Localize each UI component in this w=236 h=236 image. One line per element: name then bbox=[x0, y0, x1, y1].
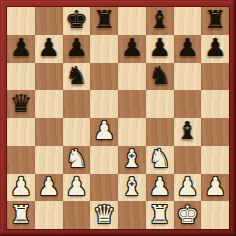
square-e4[interactable] bbox=[118, 118, 146, 146]
square-e7[interactable]: ♟ bbox=[118, 35, 146, 63]
white-pawn-h2: ♟ bbox=[204, 174, 226, 199]
square-c3[interactable]: ♞ bbox=[63, 146, 91, 174]
white-pawn-c2: ♟ bbox=[65, 174, 87, 199]
white-pawn-b2: ♟ bbox=[37, 174, 59, 199]
black-knight-c6: ♞ bbox=[65, 63, 87, 88]
square-e8[interactable] bbox=[118, 7, 146, 35]
chess-board: ♚♜♝♜♟♟♟♟♟♟♟♞♞♛♟♝♞♝♞♟♟♟♝♟♟♟♜♛♜♚ bbox=[7, 7, 229, 229]
square-h7[interactable]: ♟ bbox=[201, 35, 229, 63]
white-knight-f3: ♞ bbox=[148, 146, 170, 171]
black-knight-f6: ♞ bbox=[148, 63, 170, 88]
square-b7[interactable]: ♟ bbox=[35, 35, 63, 63]
square-d7[interactable] bbox=[90, 35, 118, 63]
black-pawn-e7: ♟ bbox=[121, 35, 143, 60]
square-d8[interactable]: ♜ bbox=[90, 7, 118, 35]
black-pawn-h7: ♟ bbox=[204, 35, 226, 60]
square-e6[interactable] bbox=[118, 63, 146, 91]
square-h8[interactable]: ♜ bbox=[201, 7, 229, 35]
black-queen-a5: ♛ bbox=[10, 91, 32, 116]
white-knight-c3: ♞ bbox=[65, 146, 87, 171]
black-bishop-f8: ♝ bbox=[148, 7, 170, 32]
square-e2[interactable]: ♝ bbox=[118, 174, 146, 202]
square-c6[interactable]: ♞ bbox=[63, 63, 91, 91]
square-f4[interactable] bbox=[146, 118, 174, 146]
square-a6[interactable] bbox=[7, 63, 35, 91]
square-h3[interactable] bbox=[201, 146, 229, 174]
square-d1[interactable]: ♛ bbox=[90, 201, 118, 229]
square-a1[interactable]: ♜ bbox=[7, 201, 35, 229]
square-h4[interactable] bbox=[201, 118, 229, 146]
square-e1[interactable] bbox=[118, 201, 146, 229]
square-f2[interactable]: ♟ bbox=[146, 174, 174, 202]
square-c5[interactable] bbox=[63, 90, 91, 118]
square-f1[interactable]: ♜ bbox=[146, 201, 174, 229]
black-rook-h8: ♜ bbox=[204, 7, 226, 32]
square-g8[interactable] bbox=[174, 7, 202, 35]
square-g6[interactable] bbox=[174, 63, 202, 91]
white-pawn-g2: ♟ bbox=[176, 174, 198, 199]
square-a3[interactable] bbox=[7, 146, 35, 174]
square-g2[interactable]: ♟ bbox=[174, 174, 202, 202]
square-b3[interactable] bbox=[35, 146, 63, 174]
square-c1[interactable] bbox=[63, 201, 91, 229]
square-f8[interactable]: ♝ bbox=[146, 7, 174, 35]
black-pawn-c7: ♟ bbox=[65, 35, 87, 60]
square-a2[interactable]: ♟ bbox=[7, 174, 35, 202]
square-d6[interactable] bbox=[90, 63, 118, 91]
square-g5[interactable] bbox=[174, 90, 202, 118]
board-frame: ♚♜♝♜♟♟♟♟♟♟♟♞♞♛♟♝♞♝♞♟♟♟♝♟♟♟♜♛♜♚ bbox=[0, 0, 236, 236]
square-d5[interactable] bbox=[90, 90, 118, 118]
white-pawn-d4: ♟ bbox=[93, 118, 115, 143]
black-pawn-b7: ♟ bbox=[37, 35, 59, 60]
black-king-c8: ♚ bbox=[65, 7, 87, 32]
square-f5[interactable] bbox=[146, 90, 174, 118]
square-c7[interactable]: ♟ bbox=[63, 35, 91, 63]
black-pawn-g7: ♟ bbox=[176, 35, 198, 60]
square-a8[interactable] bbox=[7, 7, 35, 35]
white-pawn-f2: ♟ bbox=[148, 174, 170, 199]
black-pawn-a7: ♟ bbox=[10, 35, 32, 60]
square-a4[interactable] bbox=[7, 118, 35, 146]
square-g3[interactable] bbox=[174, 146, 202, 174]
square-h5[interactable] bbox=[201, 90, 229, 118]
square-g4[interactable]: ♝ bbox=[174, 118, 202, 146]
white-rook-f1: ♜ bbox=[148, 202, 170, 227]
square-b4[interactable] bbox=[35, 118, 63, 146]
square-f6[interactable]: ♞ bbox=[146, 63, 174, 91]
black-pawn-f7: ♟ bbox=[148, 35, 170, 60]
square-c4[interactable] bbox=[63, 118, 91, 146]
square-f7[interactable]: ♟ bbox=[146, 35, 174, 63]
square-b6[interactable] bbox=[35, 63, 63, 91]
square-h6[interactable] bbox=[201, 63, 229, 91]
white-pawn-a2: ♟ bbox=[10, 174, 32, 199]
white-bishop-e3: ♝ bbox=[121, 146, 143, 171]
square-b1[interactable] bbox=[35, 201, 63, 229]
square-b8[interactable] bbox=[35, 7, 63, 35]
square-b2[interactable]: ♟ bbox=[35, 174, 63, 202]
square-d4[interactable]: ♟ bbox=[90, 118, 118, 146]
square-e5[interactable] bbox=[118, 90, 146, 118]
white-king-g1: ♚ bbox=[176, 202, 198, 227]
white-queen-d1: ♛ bbox=[93, 202, 115, 227]
black-bishop-g4: ♝ bbox=[176, 118, 198, 143]
black-rook-d8: ♜ bbox=[93, 7, 115, 32]
square-h2[interactable]: ♟ bbox=[201, 174, 229, 202]
square-d3[interactable] bbox=[90, 146, 118, 174]
square-g1[interactable]: ♚ bbox=[174, 201, 202, 229]
square-d2[interactable] bbox=[90, 174, 118, 202]
square-b5[interactable] bbox=[35, 90, 63, 118]
square-g7[interactable]: ♟ bbox=[174, 35, 202, 63]
white-bishop-e2: ♝ bbox=[121, 174, 143, 199]
square-c2[interactable]: ♟ bbox=[63, 174, 91, 202]
square-a7[interactable]: ♟ bbox=[7, 35, 35, 63]
square-e3[interactable]: ♝ bbox=[118, 146, 146, 174]
square-a5[interactable]: ♛ bbox=[7, 90, 35, 118]
square-h1[interactable] bbox=[201, 201, 229, 229]
chess-diagram: ♚♜♝♜♟♟♟♟♟♟♟♞♞♛♟♝♞♝♞♟♟♟♝♟♟♟♜♛♜♚ bbox=[0, 0, 236, 236]
white-rook-a1: ♜ bbox=[10, 202, 32, 227]
square-c8[interactable]: ♚ bbox=[63, 7, 91, 35]
square-f3[interactable]: ♞ bbox=[146, 146, 174, 174]
